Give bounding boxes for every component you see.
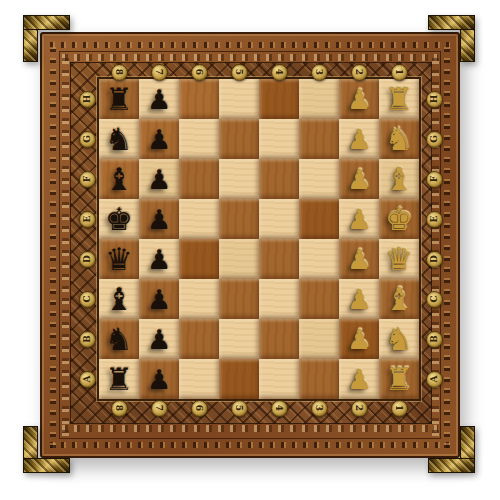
square-a2[interactable]: ♟ — [339, 359, 379, 399]
square-a3[interactable] — [299, 359, 339, 399]
white-bishop-f1[interactable]: ♝ — [385, 164, 413, 195]
square-c8[interactable]: ♝ — [99, 279, 139, 319]
rope-border-top — [62, 54, 438, 61]
white-rook-h1[interactable]: ♜ — [385, 84, 413, 115]
black-pawn-h7[interactable]: ♟ — [147, 86, 171, 113]
rope-border-right — [432, 54, 439, 436]
black-pawn-c7[interactable]: ♟ — [147, 286, 171, 313]
brass-corner-ornament-bottom-right — [428, 426, 475, 473]
square-c5[interactable] — [219, 279, 259, 319]
square-a1[interactable]: ♜ — [379, 359, 419, 399]
square-a4[interactable] — [259, 359, 299, 399]
square-e4[interactable] — [259, 199, 299, 239]
black-rook-h8[interactable]: ♜ — [105, 84, 133, 115]
square-d2[interactable]: ♟ — [339, 239, 379, 279]
square-d5[interactable] — [219, 239, 259, 279]
square-a5[interactable] — [219, 359, 259, 399]
square-c7[interactable]: ♟ — [139, 279, 179, 319]
square-h4[interactable] — [259, 79, 299, 119]
square-c2[interactable]: ♟ — [339, 279, 379, 319]
black-pawn-d7[interactable]: ♟ — [147, 246, 171, 273]
square-f8[interactable]: ♝ — [99, 159, 139, 199]
square-e2[interactable]: ♟ — [339, 199, 379, 239]
square-f5[interactable] — [219, 159, 259, 199]
rope-border-bottom — [62, 425, 438, 432]
square-d7[interactable]: ♟ — [139, 239, 179, 279]
square-f7[interactable]: ♟ — [139, 159, 179, 199]
dentil-border-top — [50, 42, 450, 48]
square-a8[interactable]: ♜ — [99, 359, 139, 399]
white-pawn-c2[interactable]: ♟ — [347, 286, 371, 313]
white-pawn-f2[interactable]: ♟ — [347, 166, 371, 193]
square-f4[interactable] — [259, 159, 299, 199]
square-a7[interactable]: ♟ — [139, 359, 179, 399]
white-pawn-a2[interactable]: ♟ — [347, 366, 371, 393]
white-rook-a1[interactable]: ♜ — [385, 364, 413, 395]
square-g1[interactable]: ♞ — [379, 119, 419, 159]
square-c6[interactable] — [179, 279, 219, 319]
black-pawn-g7[interactable]: ♟ — [147, 126, 171, 153]
rope-border-left — [62, 54, 69, 436]
white-knight-b1[interactable]: ♞ — [385, 324, 413, 355]
white-knight-g1[interactable]: ♞ — [385, 124, 413, 155]
square-h2[interactable]: ♟ — [339, 79, 379, 119]
black-pawn-a7[interactable]: ♟ — [147, 366, 171, 393]
square-g4[interactable] — [259, 119, 299, 159]
black-king-e8[interactable]: ♚ — [105, 204, 133, 235]
photo-background: ♜♟♟♜♞♟♟♞♝♟♟♝♚♟♟♚♛♟♟♛♝♟♟♝♞♟♟♞♜♟♟♜ 8765432… — [0, 0, 500, 500]
square-c4[interactable] — [259, 279, 299, 319]
square-d6[interactable] — [179, 239, 219, 279]
square-b4[interactable] — [259, 319, 299, 359]
black-knight-b8[interactable]: ♞ — [105, 324, 133, 355]
dentil-border-bottom — [50, 442, 450, 448]
white-bishop-c1[interactable]: ♝ — [385, 284, 413, 315]
square-g2[interactable]: ♟ — [339, 119, 379, 159]
square-f6[interactable] — [179, 159, 219, 199]
square-g5[interactable] — [219, 119, 259, 159]
white-pawn-g2[interactable]: ♟ — [347, 126, 371, 153]
square-f1[interactable]: ♝ — [379, 159, 419, 199]
squares-grid: ♜♟♟♜♞♟♟♞♝♟♟♝♚♟♟♚♛♟♟♛♝♟♟♝♞♟♟♞♜♟♟♜ — [97, 77, 421, 401]
black-knight-g8[interactable]: ♞ — [105, 124, 133, 155]
square-h1[interactable]: ♜ — [379, 79, 419, 119]
black-rook-a8[interactable]: ♜ — [105, 364, 133, 395]
white-queen-d1[interactable]: ♛ — [385, 244, 413, 275]
square-h7[interactable]: ♟ — [139, 79, 179, 119]
black-pawn-e7[interactable]: ♟ — [147, 206, 171, 233]
chess-board: ♜♟♟♜♞♟♟♞♝♟♟♝♚♟♟♚♛♟♟♛♝♟♟♝♞♟♟♞♜♟♟♜ 8765432… — [40, 32, 460, 458]
square-b5[interactable] — [219, 319, 259, 359]
square-f3[interactable] — [299, 159, 339, 199]
square-e3[interactable] — [299, 199, 339, 239]
square-h3[interactable] — [299, 79, 339, 119]
square-d4[interactable] — [259, 239, 299, 279]
square-b7[interactable]: ♟ — [139, 319, 179, 359]
brass-corner-ornament-bottom-left — [23, 426, 70, 473]
square-b2[interactable]: ♟ — [339, 319, 379, 359]
square-g3[interactable] — [299, 119, 339, 159]
dentil-border-right — [444, 42, 450, 448]
dentil-border-left — [50, 42, 56, 448]
white-pawn-b2[interactable]: ♟ — [347, 326, 371, 353]
square-e5[interactable] — [219, 199, 259, 239]
white-king-e1[interactable]: ♚ — [385, 204, 413, 235]
black-pawn-b7[interactable]: ♟ — [147, 326, 171, 353]
square-e1[interactable]: ♚ — [379, 199, 419, 239]
square-c1[interactable]: ♝ — [379, 279, 419, 319]
white-pawn-d2[interactable]: ♟ — [347, 246, 371, 273]
square-e6[interactable] — [179, 199, 219, 239]
square-b6[interactable] — [179, 319, 219, 359]
square-e8[interactable]: ♚ — [99, 199, 139, 239]
square-b1[interactable]: ♞ — [379, 319, 419, 359]
black-bishop-f8[interactable]: ♝ — [105, 164, 133, 195]
square-h5[interactable] — [219, 79, 259, 119]
square-g6[interactable] — [179, 119, 219, 159]
black-pawn-f7[interactable]: ♟ — [147, 166, 171, 193]
square-d3[interactable] — [299, 239, 339, 279]
black-queen-d8[interactable]: ♛ — [105, 244, 133, 275]
square-d8[interactable]: ♛ — [99, 239, 139, 279]
black-bishop-c8[interactable]: ♝ — [105, 284, 133, 315]
brass-corner-ornament-top-right — [428, 15, 475, 62]
white-pawn-e2[interactable]: ♟ — [347, 206, 371, 233]
white-pawn-h2[interactable]: ♟ — [347, 86, 371, 113]
square-d1[interactable]: ♛ — [379, 239, 419, 279]
square-f2[interactable]: ♟ — [339, 159, 379, 199]
square-a6[interactable] — [179, 359, 219, 399]
square-h8[interactable]: ♜ — [99, 79, 139, 119]
square-e7[interactable]: ♟ — [139, 199, 179, 239]
square-b8[interactable]: ♞ — [99, 319, 139, 359]
square-h6[interactable] — [179, 79, 219, 119]
square-g7[interactable]: ♟ — [139, 119, 179, 159]
square-b3[interactable] — [299, 319, 339, 359]
square-g8[interactable]: ♞ — [99, 119, 139, 159]
brass-corner-ornament-top-left — [23, 15, 70, 62]
square-c3[interactable] — [299, 279, 339, 319]
